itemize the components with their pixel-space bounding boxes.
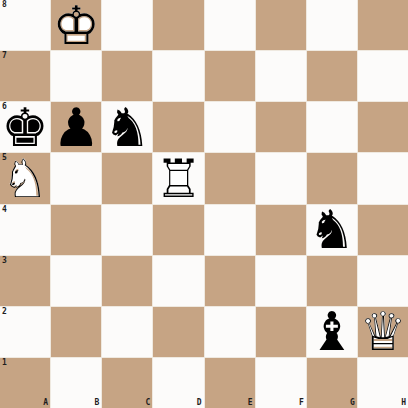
piece-black-king-a6[interactable]: ♚ xyxy=(0,102,50,152)
piece-black-knight-c6[interactable]: ♞ xyxy=(102,102,152,152)
square-e4[interactable] xyxy=(205,205,255,255)
square-h3[interactable] xyxy=(358,256,408,306)
piece-black-bishop-g2[interactable]: ♝ xyxy=(307,307,357,357)
piece-white-knight-a5[interactable]: ♞♘ xyxy=(0,153,50,203)
square-c6[interactable]: ♞ xyxy=(102,102,152,152)
square-h5[interactable] xyxy=(358,153,408,203)
rook-icon: ♖ xyxy=(153,153,203,203)
square-g8[interactable] xyxy=(307,0,357,50)
square-g2[interactable]: ♝ xyxy=(307,307,357,357)
square-e5[interactable] xyxy=(205,153,255,203)
square-d7[interactable] xyxy=(153,51,203,101)
square-h8[interactable] xyxy=(358,0,408,50)
chess-board: 8♚♔76♚♟♞5♞♘♜♖4♞32♝♛♕1ABCDEFGH xyxy=(0,0,408,408)
square-d3[interactable] xyxy=(153,256,203,306)
square-b5[interactable] xyxy=(51,153,101,203)
queen-icon: ♕ xyxy=(358,307,408,357)
square-c8[interactable] xyxy=(102,0,152,50)
knight-icon: ♘ xyxy=(0,153,50,203)
square-e7[interactable] xyxy=(205,51,255,101)
square-f2[interactable] xyxy=(256,307,306,357)
chess-position-screenshot: 8♚♔76♚♟♞5♞♘♜♖4♞32♝♛♕1ABCDEFGH xyxy=(0,0,408,408)
square-a2[interactable]: 2 xyxy=(0,307,50,357)
square-g4[interactable]: ♞ xyxy=(307,205,357,255)
square-f6[interactable] xyxy=(256,102,306,152)
square-h6[interactable] xyxy=(358,102,408,152)
file-label-D: D xyxy=(197,399,202,407)
square-e2[interactable] xyxy=(205,307,255,357)
file-label-G: G xyxy=(350,399,355,407)
square-f8[interactable] xyxy=(256,0,306,50)
square-h7[interactable] xyxy=(358,51,408,101)
square-a6[interactable]: 6♚ xyxy=(0,102,50,152)
square-a5[interactable]: 5♞♘ xyxy=(0,153,50,203)
piece-white-king-b8[interactable]: ♚♔ xyxy=(51,0,101,50)
square-c5[interactable] xyxy=(102,153,152,203)
piece-white-rook-d5[interactable]: ♜♖ xyxy=(153,153,203,203)
square-d8[interactable] xyxy=(153,0,203,50)
file-label-F: F xyxy=(299,399,304,407)
king-icon: ♚ xyxy=(0,102,50,152)
square-d4[interactable] xyxy=(153,205,203,255)
square-b7[interactable] xyxy=(51,51,101,101)
rank-label-7: 7 xyxy=(2,52,7,60)
rank-label-2: 2 xyxy=(2,308,7,316)
square-f7[interactable] xyxy=(256,51,306,101)
square-a4[interactable]: 4 xyxy=(0,205,50,255)
knight-icon: ♞ xyxy=(102,102,152,152)
square-a8[interactable]: 8 xyxy=(0,0,50,50)
file-label-E: E xyxy=(248,399,253,407)
square-h1[interactable]: H xyxy=(358,358,408,408)
square-g3[interactable] xyxy=(307,256,357,306)
square-f1[interactable]: F xyxy=(256,358,306,408)
square-b1[interactable]: B xyxy=(51,358,101,408)
square-f5[interactable] xyxy=(256,153,306,203)
square-g6[interactable] xyxy=(307,102,357,152)
square-a1[interactable]: 1A xyxy=(0,358,50,408)
square-c1[interactable]: C xyxy=(102,358,152,408)
file-label-B: B xyxy=(94,399,99,407)
square-e6[interactable] xyxy=(205,102,255,152)
square-c7[interactable] xyxy=(102,51,152,101)
square-c3[interactable] xyxy=(102,256,152,306)
bishop-icon: ♝ xyxy=(307,307,357,357)
square-c2[interactable] xyxy=(102,307,152,357)
square-h2[interactable]: ♛♕ xyxy=(358,307,408,357)
square-d5[interactable]: ♜♖ xyxy=(153,153,203,203)
rank-label-4: 4 xyxy=(2,206,7,214)
file-label-C: C xyxy=(146,399,151,407)
square-b6[interactable]: ♟ xyxy=(51,102,101,152)
square-b3[interactable] xyxy=(51,256,101,306)
knight-icon: ♞ xyxy=(307,205,357,255)
square-f4[interactable] xyxy=(256,205,306,255)
square-e3[interactable] xyxy=(205,256,255,306)
king-icon: ♔ xyxy=(51,0,101,50)
square-g5[interactable] xyxy=(307,153,357,203)
file-label-H: H xyxy=(401,399,406,407)
square-d2[interactable] xyxy=(153,307,203,357)
square-g7[interactable] xyxy=(307,51,357,101)
square-g1[interactable]: G xyxy=(307,358,357,408)
square-f3[interactable] xyxy=(256,256,306,306)
piece-black-knight-g4[interactable]: ♞ xyxy=(307,205,357,255)
square-d1[interactable]: D xyxy=(153,358,203,408)
piece-black-pawn-b6[interactable]: ♟ xyxy=(51,102,101,152)
piece-white-queen-h2[interactable]: ♛♕ xyxy=(358,307,408,357)
square-c4[interactable] xyxy=(102,205,152,255)
square-a3[interactable]: 3 xyxy=(0,256,50,306)
square-b4[interactable] xyxy=(51,205,101,255)
square-e1[interactable]: E xyxy=(205,358,255,408)
file-label-A: A xyxy=(43,399,48,407)
square-d6[interactable] xyxy=(153,102,203,152)
square-a7[interactable]: 7 xyxy=(0,51,50,101)
rank-label-3: 3 xyxy=(2,257,7,265)
pawn-icon: ♟ xyxy=(51,102,101,152)
square-e8[interactable] xyxy=(205,0,255,50)
square-b2[interactable] xyxy=(51,307,101,357)
rank-label-8: 8 xyxy=(2,1,7,9)
square-b8[interactable]: ♚♔ xyxy=(51,0,101,50)
rank-label-1: 1 xyxy=(2,359,7,367)
square-h4[interactable] xyxy=(358,205,408,255)
